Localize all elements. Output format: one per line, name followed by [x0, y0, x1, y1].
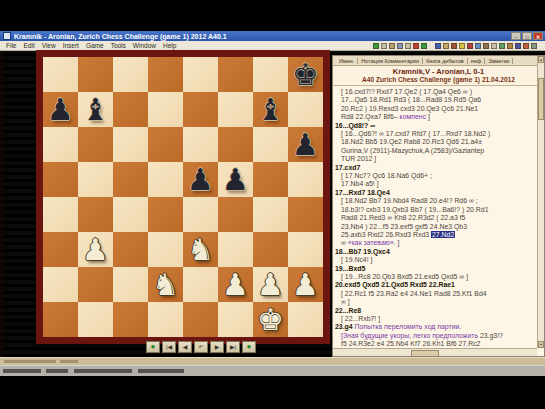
square-d4[interactable]	[148, 197, 183, 232]
square-a2[interactable]	[43, 267, 78, 302]
move-line: 18...Bb7 19.Qxc4	[335, 248, 536, 256]
square-b3[interactable]: ♟	[78, 232, 113, 267]
toolbar-icon[interactable]	[499, 43, 505, 49]
square-e8[interactable]	[183, 57, 218, 92]
move-line: 23.Nb4 ) 22...f5 23.exf5 gxf5 24.Ne3 Qb3	[335, 223, 536, 231]
square-e5[interactable]: ♟	[183, 162, 218, 197]
square-d2[interactable]: ♞	[148, 267, 183, 302]
square-f3[interactable]	[218, 232, 253, 267]
minimize-button[interactable]: ─	[511, 32, 521, 40]
move-line: 25.axb3 Rxd2 26.Rxd3 Rxd3 27.Nd2	[335, 231, 536, 239]
move-line: ∞ «как затеваю». ]	[335, 239, 536, 247]
toolbar-icon[interactable]	[515, 43, 521, 49]
window-title: Kramnik - Aronian, Zurich Chess Challeng…	[14, 33, 227, 40]
game-header: Kramnik,V - Aronian,L 0-1 A40 Zurich Che…	[333, 66, 544, 86]
square-h5[interactable]	[288, 162, 323, 197]
square-b7[interactable]: ♝	[78, 92, 113, 127]
move-line: [ 16.cxd7!? Rxd7 17.Qe2 ( 17.Qa4 Qe6 ∞ )	[335, 88, 536, 96]
move-line: 19...Bxd5	[335, 265, 536, 273]
square-e1[interactable]	[183, 302, 218, 337]
toolbar-icon[interactable]	[421, 43, 427, 49]
annotation-text: [Зная будущие укоры, легко предположить	[341, 332, 480, 339]
move-text[interactable]: [ 19...Rc8 20.Qb3 Bxd5 21.exd5 Qxd5 ∞ ]	[341, 273, 468, 280]
move-text[interactable]: [ 16...Qd6?! ∞ 17.cxd7 Rfd7 ( 17...Rxd7 …	[341, 130, 490, 137]
square-d6[interactable]	[148, 127, 183, 162]
square-a8[interactable]	[43, 57, 78, 92]
toolbar-icon[interactable]	[491, 43, 497, 49]
square-c3[interactable]	[113, 232, 148, 267]
square-e4[interactable]	[183, 197, 218, 232]
window-titlebar[interactable]: Kramnik - Aronian, Zurich Chess Challeng…	[0, 31, 545, 41]
back-button[interactable]: ◀	[178, 341, 192, 353]
menu-file[interactable]: File	[6, 42, 16, 49]
move-text[interactable]: [ 17.Nc7? Qc6 18.Na6 Qd6+ ;	[341, 172, 432, 179]
move-text[interactable]: 23.Nb4 ) 22...f5 23.exf5 gxf5 24.Ne3 Qb3	[341, 223, 467, 230]
square-f2[interactable]: ♟	[218, 267, 253, 302]
square-g6[interactable]	[253, 127, 288, 162]
square-f1[interactable]	[218, 302, 253, 337]
menu-game[interactable]: Game	[86, 42, 104, 49]
move-line: 23.g4 Попытка переломить ход партии.	[335, 323, 536, 331]
toolbar-icon[interactable]	[443, 43, 449, 49]
goto-end-button[interactable]: ▶|	[226, 341, 240, 353]
vertical-scrollbar[interactable]: ▲ ▼	[537, 56, 544, 348]
move-line: [ 19.Nc4! ]	[335, 256, 536, 264]
square-h1[interactable]	[288, 302, 323, 337]
toolbar-group-2	[435, 43, 537, 49]
square-h8[interactable]: ♚	[288, 57, 323, 92]
white-knight-e3[interactable]: ♞	[183, 232, 218, 267]
move-text[interactable]: TUR 2012 ]	[341, 155, 376, 162]
move-text[interactable]: 23.g4	[335, 323, 355, 330]
menu-tools[interactable]: Tools	[111, 42, 126, 49]
close-button[interactable]: ✕	[533, 32, 543, 40]
move-text[interactable]: Rd8 22.Qxa7 Bf6–	[341, 113, 400, 120]
move-line: [ 22...Rxb7! ]	[335, 315, 536, 323]
tab-1[interactable]: Нотация Комментарии	[358, 58, 423, 64]
square-h4[interactable]	[288, 197, 323, 232]
square-c2[interactable]	[113, 267, 148, 302]
event-line: A40 Zurich Chess Challenge (game 1) 21.0…	[333, 76, 544, 83]
toolbar-icon[interactable]	[435, 43, 441, 49]
toolbar-icon[interactable]	[389, 43, 395, 49]
notation-tabs: Имен.Нотация КомментарииКнига дебютовинф…	[333, 56, 544, 66]
square-c4[interactable]	[113, 197, 148, 232]
move-text[interactable]: Gurina,V (2911)-Mazychuk,A (2583)/Gazian…	[341, 147, 484, 154]
square-b5[interactable]	[78, 162, 113, 197]
move-text[interactable]: [ 19.Nc4! ]	[341, 256, 372, 263]
toolbar-icon[interactable]	[483, 43, 489, 49]
square-g3[interactable]	[253, 232, 288, 267]
maximize-button[interactable]: □	[522, 32, 532, 40]
square-h6[interactable]: ♟	[288, 127, 323, 162]
menu-view[interactable]: View	[42, 42, 56, 49]
square-g8[interactable]	[253, 57, 288, 92]
move-line: Gurina,V (2911)-Mazychuk,A (2583)/Gazian…	[335, 147, 536, 155]
move-line: TUR 2012 ]	[335, 155, 536, 163]
toolbar-icon[interactable]	[405, 43, 411, 49]
white-knight-d2[interactable]: ♞	[148, 267, 183, 302]
move-text[interactable]: 17.cxd7	[335, 164, 360, 171]
square-d7[interactable]	[148, 92, 183, 127]
square-b1[interactable]	[78, 302, 113, 337]
toolbar-group-1	[373, 43, 427, 49]
square-f7[interactable]	[218, 92, 253, 127]
move-text[interactable]: 25.axb3 Rxd2 26.Rxd3 Rxd3	[341, 231, 431, 238]
menu-insert[interactable]: Insert	[63, 42, 79, 49]
square-b8[interactable]	[78, 57, 113, 92]
move-text[interactable]: Rad8 21.Red3 ∞ Kh8 22.R3d2 ( 22.a3 f5	[341, 214, 465, 221]
toolbar-icon[interactable]	[381, 43, 387, 49]
engine-alt-button[interactable]: ●	[242, 341, 256, 353]
scroll-up-icon[interactable]: ▲	[538, 56, 544, 63]
square-c6[interactable]	[113, 127, 148, 162]
toolbar-icon[interactable]	[531, 43, 537, 49]
move-list[interactable]: [ 16.cxd7!? Rxd7 17.Qe2 ( 17.Qa4 Qe6 ∞ )…	[335, 88, 536, 347]
square-f4[interactable]	[218, 197, 253, 232]
forward-button[interactable]: ▶	[210, 341, 224, 353]
toolbar-icon[interactable]	[459, 43, 465, 49]
move-line: [ 16...Qd6?! ∞ 17.cxd7 Rfd7 ( 17...Rxd7 …	[335, 130, 536, 138]
toolbar-icon[interactable]	[467, 43, 473, 49]
tab-2[interactable]: Книга дебютов	[423, 58, 468, 64]
move-text[interactable]: [ 16.cxd7!? Rxd7 17.Qe2 ( 17.Qa4 Qe6 ∞ )	[341, 88, 472, 95]
move-text[interactable]: 16...Qd8!? ∞	[335, 122, 375, 129]
letterbox-bottom	[0, 376, 545, 409]
black-king-h8[interactable]: ♚	[288, 57, 323, 92]
chess-board[interactable]: ♚♟♝♝♟♟♟♟♞♞♟♟♟♚	[43, 57, 323, 337]
vertical-scroll-thumb[interactable]	[538, 78, 544, 120]
move-text[interactable]: 20.exd5 Qxd5 21.Qxd5 Rxd5 22.Rae1	[335, 281, 455, 288]
move-text[interactable]: 17.Nb4 a5! ]	[341, 180, 379, 187]
square-g5[interactable]	[253, 162, 288, 197]
move-text[interactable]: 19...Bxd5	[335, 265, 365, 272]
engine-on-button[interactable]: ●	[146, 341, 160, 353]
scroll-down-icon[interactable]: ▼	[538, 341, 544, 348]
square-e3[interactable]: ♞	[183, 232, 218, 267]
move-line: 22...Re8	[335, 307, 536, 315]
move-text[interactable]: 18...Bb7 19.Qxc4	[335, 248, 390, 255]
square-a5[interactable]	[43, 162, 78, 197]
move-line: [ 19...Rc8 20.Qb3 Bxd5 21.exd5 Qxd5 ∞ ]	[335, 273, 536, 281]
notation-panel[interactable]: Имен.Нотация КомментарииКнига дебютовинф…	[332, 55, 545, 357]
move-line: [ 17.Nc7? Qc6 18.Na6 Qd6+ ;	[335, 172, 536, 180]
players-result: Kramnik,V - Aronian,L 0-1	[333, 67, 544, 76]
square-h2[interactable]: ♟	[288, 267, 323, 302]
square-a7[interactable]: ♟	[43, 92, 78, 127]
square-c7[interactable]	[113, 92, 148, 127]
move-text[interactable]: [ 22...Rxb7! ]	[341, 315, 380, 322]
horizontal-scrollbar[interactable]	[333, 348, 537, 356]
move-text[interactable]: ∞	[341, 239, 348, 246]
square-a4[interactable]	[43, 197, 78, 232]
move-line: 18.Nd2 Bb5 19.Qe2 Rab8 20.Rc3 Qd6 21.a4±	[335, 138, 536, 146]
square-d5[interactable]	[148, 162, 183, 197]
square-d3[interactable]	[148, 232, 183, 267]
menu-window[interactable]: Window	[133, 42, 156, 49]
toolbar-icon[interactable]	[413, 43, 419, 49]
square-b6[interactable]	[78, 127, 113, 162]
square-a6[interactable]	[43, 127, 78, 162]
square-e7[interactable]	[183, 92, 218, 127]
goto-start-button[interactable]: |◀	[162, 341, 176, 353]
square-a3[interactable]	[43, 232, 78, 267]
app-icon	[3, 32, 11, 40]
annotation-text: «как затеваю».	[348, 239, 396, 246]
takeback-button[interactable]: ↶	[194, 341, 208, 353]
move-line: 18.b3!? cxb3 19.Qxb3 Bb7 ( 19...Ba6!? ) …	[335, 206, 536, 214]
white-pawn-g2[interactable]: ♟	[253, 267, 288, 302]
square-a1[interactable]	[43, 302, 78, 337]
move-line: [ 22.Rc1 f5 23.Ra2 e4 24.Ne1 Rad8 25.Kf1…	[335, 290, 536, 298]
move-text[interactable]: 18.Nd2 Bb5 19.Qe2 Rab8 20.Rc3 Qd6 21.a4±	[341, 138, 482, 145]
toolbar-icon[interactable]	[373, 43, 379, 49]
chess-board-frame: ♚♟♝♝♟♟♟♟♞♞♟♟♟♚	[36, 50, 330, 344]
white-pawn-f2[interactable]: ♟	[218, 267, 253, 302]
white-pawn-h2[interactable]: ♟	[288, 267, 323, 302]
annotation-text: Попытка переломить ход партии.	[355, 323, 462, 330]
move-line: [Зная будущие укоры, легко предположить …	[335, 332, 536, 340]
square-h7[interactable]	[288, 92, 323, 127]
left-edge-shade	[0, 31, 5, 376]
move-line: [ 18.Nd2 Bb7 19.Nbd4 Rad8 20.e4!? Rd6 ∞ …	[335, 197, 536, 205]
menu-help[interactable]: Help	[163, 42, 176, 49]
move-text[interactable]: [ 18.Nd2 Bb7 19.Nbd4 Rad8 20.e4!? Rd6 ∞ …	[341, 197, 478, 204]
tab-4[interactable]: Заметки	[485, 58, 513, 64]
square-g2[interactable]: ♟	[253, 267, 288, 302]
toolbar-icon[interactable]	[475, 43, 481, 49]
board-navigation-toolbar: ●|◀◀↶▶▶|●	[146, 341, 256, 353]
toolbar-icon[interactable]	[507, 43, 513, 49]
horizontal-scroll-thumb[interactable]	[411, 350, 439, 357]
black-pawn-f5[interactable]: ♟	[218, 162, 253, 197]
move-text[interactable]: 18.b3!? cxb3 19.Qxb3 Bb7 ( 19...Ba6!? ) …	[341, 206, 488, 213]
square-c1[interactable]	[113, 302, 148, 337]
move-text[interactable]: ]	[396, 239, 400, 246]
black-pawn-a7[interactable]: ♟	[43, 92, 78, 127]
square-d8[interactable]	[148, 57, 183, 92]
black-pawn-h6[interactable]: ♟	[288, 127, 323, 162]
square-g7[interactable]: ♝	[253, 92, 288, 127]
move-line: ∞ ]	[335, 298, 536, 306]
square-f8[interactable]	[218, 57, 253, 92]
move-line: Rad8 21.Red3 ∞ Kh8 22.R3d2 ( 22.a3 f5	[335, 214, 536, 222]
toolbar-icon[interactable]	[451, 43, 457, 49]
move-text[interactable]: 22...Re8	[335, 307, 361, 314]
square-c8[interactable]	[113, 57, 148, 92]
square-b2[interactable]	[78, 267, 113, 302]
black-bishop-b7[interactable]: ♝	[78, 92, 113, 127]
move-line: 17...Rxd7 18.Qe4	[335, 189, 536, 197]
toolbar-icon[interactable]	[397, 43, 403, 49]
move-line: 16...Qd8!? ∞	[335, 122, 536, 130]
move-line: 17.cxd7	[335, 164, 536, 172]
tab-3[interactable]: инф	[468, 58, 486, 64]
black-pawn-e5[interactable]: ♟	[183, 162, 218, 197]
move-line: f5 24.R3e2 e4 25.Nb4 Kf7 26.Kh1 Bf6 27.R…	[335, 340, 536, 347]
square-d1[interactable]	[148, 302, 183, 337]
square-f6[interactable]	[218, 127, 253, 162]
white-pawn-b3[interactable]: ♟	[78, 232, 113, 267]
move-line: Rd8 22.Qxa7 Bf6– компенс ]	[335, 113, 536, 121]
black-bishop-g7[interactable]: ♝	[253, 92, 288, 127]
square-e2[interactable]	[183, 267, 218, 302]
move-text[interactable]: f5 24.R3e2 e4 25.Nb4 Kf7 26.Kh1 Bf6 27.R…	[341, 340, 480, 347]
tab-0[interactable]: Имен.	[336, 58, 358, 64]
square-c5[interactable]	[113, 162, 148, 197]
square-g1[interactable]: ♚	[253, 302, 288, 337]
letterbox-top	[0, 0, 545, 31]
move-text[interactable]: 17...Qa5 18.Rd1 Rd3 ( 18...Rad8 19.Rd5 Q…	[341, 96, 481, 103]
move-text[interactable]: [ 22.Rc1 f5 23.Ra2 e4 24.Ne1 Rad8 25.Kf1…	[341, 290, 487, 297]
square-e6[interactable]	[183, 127, 218, 162]
move-line: 17.Nb4 a5! ]	[335, 180, 536, 188]
toolbar-icon[interactable]	[523, 43, 529, 49]
annotation-text: компенс	[400, 113, 426, 120]
move-text[interactable]: ]	[426, 113, 430, 120]
square-h3[interactable]	[288, 232, 323, 267]
move-text[interactable]: 17...Rxd7 18.Qe4	[335, 189, 390, 196]
menu-edit[interactable]: Edit	[23, 42, 34, 49]
move-line: 17...Qa5 18.Rd1 Rd3 ( 18...Rad8 19.Rd5 Q…	[335, 96, 536, 104]
selected-move[interactable]: 27.Nd2	[431, 231, 455, 238]
square-g4[interactable]	[253, 197, 288, 232]
move-text[interactable]: 23.g3!?	[480, 332, 503, 339]
move-text[interactable]: ∞ ]	[341, 298, 350, 305]
square-f5[interactable]: ♟	[218, 162, 253, 197]
move-text[interactable]: 20.Rc2 ) 19.Rexd3 cxd3 20.Qe3 Qc6 21.Ne1	[341, 105, 478, 112]
video-frame: Kramnik - Aronian, Zurich Chess Challeng…	[0, 0, 545, 409]
move-line: 20.exd5 Qxd5 21.Qxd5 Rxd5 22.Rae1	[335, 281, 536, 289]
square-b4[interactable]	[78, 197, 113, 232]
white-king-g1[interactable]: ♚	[253, 302, 288, 337]
move-line: 20.Rc2 ) 19.Rexd3 cxd3 20.Qe3 Qc6 21.Ne1	[335, 105, 536, 113]
